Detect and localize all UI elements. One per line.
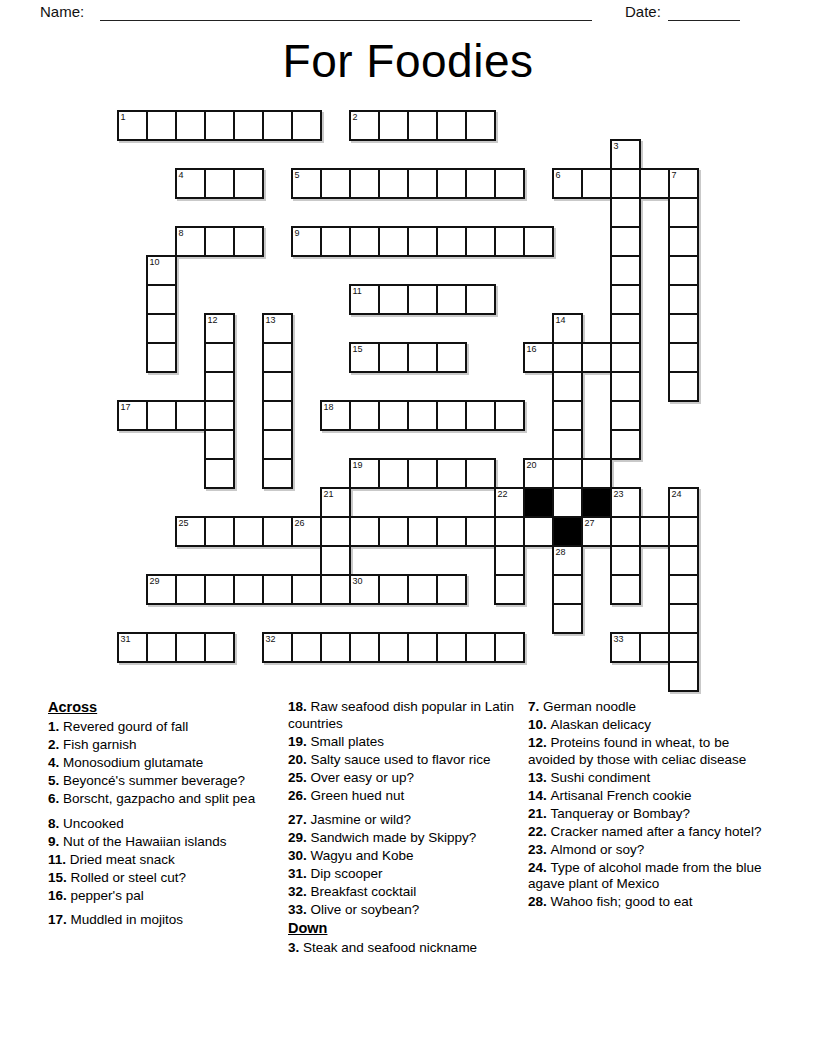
grid-cell-r6c1[interactable]	[146, 284, 177, 315]
clue-across-11: 11. Dried meat snack	[48, 852, 282, 869]
grid-cell-r16c9[interactable]	[378, 574, 409, 605]
clue-number-18: 18	[324, 402, 334, 412]
grid-cell-r4c8[interactable]	[349, 226, 380, 257]
grid-cell-r18c17[interactable]: 33	[610, 632, 641, 663]
grid-cell-r14c13[interactable]	[494, 516, 525, 547]
grid-cell-r9c5[interactable]	[262, 371, 293, 402]
grid-cell-r6c10[interactable]	[407, 284, 438, 315]
clue-number-11: 11	[353, 286, 362, 296]
grid-cell-r15c7[interactable]	[320, 545, 351, 576]
grid-cell-r16c15[interactable]	[552, 574, 583, 605]
clue-number-15: 15	[353, 344, 363, 354]
grid-cell-r4c13[interactable]	[494, 226, 525, 257]
worksheet-header: Name: Date:	[40, 2, 776, 24]
grid-cell-r8c8[interactable]: 15	[349, 342, 380, 373]
clue-across-20: 20. Salty sauce used to flavor rice	[288, 752, 522, 769]
clue-number-19: 19	[353, 460, 363, 470]
grid-cell-r7c3[interactable]: 12	[204, 313, 235, 344]
grid-cell-r5c19[interactable]	[668, 255, 699, 286]
grid-cell-r8c9[interactable]	[378, 342, 409, 373]
grid-cell-r4c10[interactable]	[407, 226, 438, 257]
grid-cell-r10c13[interactable]	[494, 400, 525, 431]
grid-cell-r16c4[interactable]	[233, 574, 264, 605]
clue-number-33: 33	[614, 634, 624, 644]
grid-cell-r0c8[interactable]: 2	[349, 110, 380, 141]
grid-cell-r12c9[interactable]	[378, 458, 409, 489]
grid-cell-r2c13[interactable]	[494, 168, 525, 199]
black-cell	[581, 487, 612, 518]
grid-cell-r4c7[interactable]	[320, 226, 351, 257]
grid-cell-r13c19[interactable]: 24	[668, 487, 699, 518]
clue-number-23: 23	[614, 489, 624, 499]
grid-cell-r18c0[interactable]: 31	[117, 632, 148, 663]
grid-cell-r16c3[interactable]	[204, 574, 235, 605]
grid-cell-r14c5[interactable]	[262, 516, 293, 547]
grid-cell-r12c5[interactable]	[262, 458, 293, 489]
grid-cell-r16c19[interactable]	[668, 574, 699, 605]
clue-down-10: 10. Alaskan delicacy	[528, 717, 774, 734]
grid-cell-r16c5[interactable]	[262, 574, 293, 605]
puzzle-title: For Foodies	[0, 34, 816, 88]
grid-cell-r2c16[interactable]	[581, 168, 612, 199]
grid-cell-r4c2[interactable]: 8	[175, 226, 206, 257]
grid-cell-r12c8[interactable]: 19	[349, 458, 380, 489]
grid-cell-r4c4[interactable]	[233, 226, 264, 257]
grid-cell-r10c17[interactable]	[610, 400, 641, 431]
grid-cell-r4c6[interactable]: 9	[291, 226, 322, 257]
grid-cell-r10c10[interactable]	[407, 400, 438, 431]
grid-cell-r10c2[interactable]	[175, 400, 206, 431]
clue-down-22: 22. Cracker named after a fancy hotel?	[528, 824, 774, 841]
grid-cell-r4c12[interactable]	[465, 226, 496, 257]
grid-cell-r4c11[interactable]	[436, 226, 467, 257]
grid-cell-r0c10[interactable]	[407, 110, 438, 141]
clue-number-8: 8	[179, 228, 184, 238]
name-label: Name:	[40, 3, 84, 20]
grid-cell-r13c15[interactable]	[552, 487, 583, 518]
grid-cell-r2c6[interactable]: 5	[291, 168, 322, 199]
grid-cell-r0c6[interactable]	[291, 110, 322, 141]
grid-cell-r8c19[interactable]	[668, 342, 699, 373]
grid-cell-r11c3[interactable]	[204, 429, 235, 460]
grid-cell-r12c11[interactable]	[436, 458, 467, 489]
clue-across-33: 33. Olive or soybean?	[288, 902, 522, 919]
grid-cell-r7c1[interactable]	[146, 313, 177, 344]
grid-cell-r10c0[interactable]: 17	[117, 400, 148, 431]
grid-cell-r4c17[interactable]	[610, 226, 641, 257]
grid-cell-r10c11[interactable]	[436, 400, 467, 431]
grid-cell-r18c6[interactable]	[291, 632, 322, 663]
clue-number-14: 14	[556, 315, 566, 325]
grid-cell-r11c15[interactable]	[552, 429, 583, 460]
grid-cell-r6c9[interactable]	[378, 284, 409, 315]
clue-number-32: 32	[266, 634, 276, 644]
grid-cell-r14c17[interactable]	[610, 516, 641, 547]
grid-cell-r10c9[interactable]	[378, 400, 409, 431]
grid-cell-r8c10[interactable]	[407, 342, 438, 373]
grid-cell-r8c14[interactable]: 16	[523, 342, 554, 373]
clue-across-17: 17. Muddled in mojitos	[48, 912, 282, 929]
grid-cell-r16c7[interactable]	[320, 574, 351, 605]
grid-cell-r6c11[interactable]	[436, 284, 467, 315]
grid-cell-r4c19[interactable]	[668, 226, 699, 257]
grid-cell-r13c7[interactable]: 21	[320, 487, 351, 518]
grid-cell-r14c2[interactable]: 25	[175, 516, 206, 547]
grid-cell-r14c9[interactable]	[378, 516, 409, 547]
grid-cell-r11c17[interactable]	[610, 429, 641, 460]
grid-cell-r7c19[interactable]	[668, 313, 699, 344]
clue-across-9: 9. Nut of the Hawaiian islands	[48, 834, 282, 851]
clue-number-22: 22	[498, 489, 508, 499]
grid-cell-r10c5[interactable]	[262, 400, 293, 431]
clue-across-18: 18. Raw seafood dish popular in Latin co…	[288, 699, 522, 732]
grid-cell-r10c15[interactable]	[552, 400, 583, 431]
grid-cell-r16c6[interactable]	[291, 574, 322, 605]
grid-cell-r17c15[interactable]	[552, 603, 583, 634]
clue-down-14: 14. Artisanal French cookie	[528, 788, 774, 805]
grid-cell-r18c3[interactable]	[204, 632, 235, 663]
clue-number-4: 4	[179, 170, 184, 180]
grid-cell-r5c1[interactable]: 10	[146, 255, 177, 286]
clue-across-6: 6. Borscht, gazpacho and split pea	[48, 791, 282, 808]
clue-number-12: 12	[208, 315, 218, 325]
clue-number-16: 16	[527, 344, 537, 354]
grid-cell-r8c16[interactable]	[581, 342, 612, 373]
grid-cell-r2c2[interactable]: 4	[175, 168, 206, 199]
grid-cell-r14c14[interactable]	[523, 516, 554, 547]
grid-cell-r2c3[interactable]	[204, 168, 235, 199]
grid-cell-r2c19[interactable]: 7	[668, 168, 699, 199]
grid-cell-r13c17[interactable]: 23	[610, 487, 641, 518]
grid-cell-r14c12[interactable]	[465, 516, 496, 547]
clue-number-25: 25	[179, 518, 189, 528]
grid-cell-r8c15[interactable]	[552, 342, 583, 373]
clue-number-7: 7	[672, 170, 677, 180]
grid-cell-r2c7[interactable]	[320, 168, 351, 199]
grid-cell-r9c19[interactable]	[668, 371, 699, 402]
grid-cell-r15c13[interactable]	[494, 545, 525, 576]
grid-cell-r12c10[interactable]	[407, 458, 438, 489]
grid-cell-r18c1[interactable]	[146, 632, 177, 663]
grid-cell-r15c17[interactable]	[610, 545, 641, 576]
clue-down-13: 13. Sushi condiment	[528, 770, 774, 787]
grid-cell-r16c17[interactable]	[610, 574, 641, 605]
grid-cell-r14c3[interactable]	[204, 516, 235, 547]
clue-column: 18. Raw seafood dish popular in Latin co…	[288, 699, 522, 958]
clue-number-24: 24	[672, 489, 682, 499]
clue-number-21: 21	[324, 489, 334, 499]
grid-cell-r18c9[interactable]	[378, 632, 409, 663]
grid-cell-r16c11[interactable]	[436, 574, 467, 605]
grid-cell-r12c3[interactable]	[204, 458, 235, 489]
clue-across-5: 5. Beyoncé's summer beverage?	[48, 773, 282, 790]
crossword-grid: 1234567891011121314151617181920212223242…	[117, 110, 701, 694]
clue-column: 7. German noodle10. Alaskan delicacy12. …	[528, 699, 774, 912]
grid-cell-r14c18[interactable]	[639, 516, 670, 547]
black-cell	[552, 516, 583, 547]
grid-cell-r18c13[interactable]	[494, 632, 525, 663]
clue-across-26: 26. Green hued nut	[288, 788, 522, 805]
clue-number-29: 29	[150, 576, 160, 586]
grid-cell-r9c17[interactable]	[610, 371, 641, 402]
grid-cell-r3c17[interactable]	[610, 197, 641, 228]
grid-cell-r10c1[interactable]	[146, 400, 177, 431]
clue-section-header-across: Across	[48, 699, 282, 716]
grid-cell-r8c3[interactable]	[204, 342, 235, 373]
grid-cell-r2c12[interactable]	[465, 168, 496, 199]
grid-cell-r2c4[interactable]	[233, 168, 264, 199]
grid-cell-r7c5[interactable]: 13	[262, 313, 293, 344]
grid-cell-r16c8[interactable]: 30	[349, 574, 380, 605]
clue-down-12: 12. Proteins found in wheat, to be avoid…	[528, 735, 774, 768]
grid-cell-r17c19[interactable]	[668, 603, 699, 634]
grid-cell-r2c10[interactable]	[407, 168, 438, 199]
clue-number-10: 10	[150, 257, 160, 267]
grid-cell-r18c8[interactable]	[349, 632, 380, 663]
grid-cell-r9c15[interactable]	[552, 371, 583, 402]
grid-cell-r12c15[interactable]	[552, 458, 583, 489]
grid-cell-r13c13[interactable]: 22	[494, 487, 525, 518]
grid-cell-r14c11[interactable]	[436, 516, 467, 547]
worksheet-page: Name: Date: For Foodies 1234567891011121…	[0, 0, 816, 1056]
clue-number-17: 17	[121, 402, 131, 412]
clue-section-header-down: Down	[288, 920, 522, 937]
grid-cell-r6c17[interactable]	[610, 284, 641, 315]
grid-cell-r4c14[interactable]	[523, 226, 554, 257]
grid-cell-r0c11[interactable]	[436, 110, 467, 141]
clue-number-27: 27	[585, 518, 595, 528]
date-label: Date:	[625, 3, 661, 20]
grid-cell-r8c5[interactable]	[262, 342, 293, 373]
grid-cell-r16c2[interactable]	[175, 574, 206, 605]
clue-number-26: 26	[295, 518, 305, 528]
grid-cell-r0c4[interactable]	[233, 110, 264, 141]
clue-down-7: 7. German noodle	[528, 699, 774, 716]
clue-number-3: 3	[614, 141, 619, 151]
grid-cell-r2c18[interactable]	[639, 168, 670, 199]
clue-number-28: 28	[556, 547, 566, 557]
grid-cell-r18c11[interactable]	[436, 632, 467, 663]
grid-cell-r18c18[interactable]	[639, 632, 670, 663]
clue-across-16: 16. pepper's pal	[48, 888, 282, 905]
clue-across-2: 2. Fish garnish	[48, 737, 282, 754]
clue-across-25: 25. Over easy or up?	[288, 770, 522, 787]
grid-cell-r14c10[interactable]	[407, 516, 438, 547]
grid-cell-r8c1[interactable]	[146, 342, 177, 373]
grid-cell-r16c10[interactable]	[407, 574, 438, 605]
grid-cell-r18c19[interactable]	[668, 632, 699, 663]
black-cell	[523, 487, 554, 518]
clue-across-30: 30. Wagyu and Kobe	[288, 848, 522, 865]
clue-across-15: 15. Rolled or steel cut?	[48, 870, 282, 887]
grid-cell-r18c12[interactable]	[465, 632, 496, 663]
clue-down-21: 21. Tanqueray or Bombay?	[528, 806, 774, 823]
clue-across-8: 8. Uncooked	[48, 816, 282, 833]
grid-cell-r10c8[interactable]	[349, 400, 380, 431]
grid-cell-r18c5[interactable]: 32	[262, 632, 293, 663]
grid-cell-r12c14[interactable]: 20	[523, 458, 554, 489]
clue-across-1: 1. Revered gourd of fall	[48, 719, 282, 736]
grid-cell-r9c3[interactable]	[204, 371, 235, 402]
grid-cell-r2c17[interactable]	[610, 168, 641, 199]
grid-cell-r18c7[interactable]	[320, 632, 351, 663]
grid-cell-r0c0[interactable]: 1	[117, 110, 148, 141]
clue-across-32: 32. Breakfast cocktail	[288, 884, 522, 901]
clue-number-20: 20	[527, 460, 537, 470]
grid-cell-r12c12[interactable]	[465, 458, 496, 489]
clue-number-9: 9	[295, 228, 300, 238]
grid-cell-r2c11[interactable]	[436, 168, 467, 199]
grid-cell-r0c2[interactable]	[175, 110, 206, 141]
grid-cell-r7c17[interactable]	[610, 313, 641, 344]
grid-cell-r6c8[interactable]: 11	[349, 284, 380, 315]
grid-cell-r14c8[interactable]	[349, 516, 380, 547]
clue-number-1: 1	[121, 112, 126, 122]
grid-cell-r2c9[interactable]	[378, 168, 409, 199]
grid-cell-r7c15[interactable]: 14	[552, 313, 583, 344]
clue-number-2: 2	[353, 112, 358, 122]
clue-across-31: 31. Dip scooper	[288, 866, 522, 883]
grid-cell-r0c3[interactable]	[204, 110, 235, 141]
grid-cell-r12c16[interactable]	[581, 458, 612, 489]
grid-cell-r18c10[interactable]	[407, 632, 438, 663]
clue-down-28: 28. Wahoo fish; good to eat	[528, 894, 774, 911]
grid-cell-r4c3[interactable]	[204, 226, 235, 257]
clue-across-29: 29. Sandwich made by Skippy?	[288, 830, 522, 847]
clue-down-23: 23. Almond or soy?	[528, 842, 774, 859]
grid-cell-r6c19[interactable]	[668, 284, 699, 315]
clue-number-5: 5	[295, 170, 300, 180]
grid-cell-r14c6[interactable]: 26	[291, 516, 322, 547]
clue-column: Across1. Revered gourd of fall2. Fish ga…	[48, 699, 282, 930]
clue-across-27: 27. Jasmine or wild?	[288, 812, 522, 829]
grid-cell-r18c2[interactable]	[175, 632, 206, 663]
grid-cell-r10c7[interactable]: 18	[320, 400, 351, 431]
clue-number-13: 13	[266, 315, 276, 325]
grid-cell-r14c19[interactable]	[668, 516, 699, 547]
clue-across-19: 19. Small plates	[288, 734, 522, 751]
grid-cell-r8c11[interactable]	[436, 342, 467, 373]
grid-cell-r2c8[interactable]	[349, 168, 380, 199]
grid-cell-r16c1[interactable]: 29	[146, 574, 177, 605]
grid-cell-r14c7[interactable]	[320, 516, 351, 547]
grid-cell-r10c3[interactable]	[204, 400, 235, 431]
clue-number-30: 30	[353, 576, 363, 586]
clue-number-31: 31	[121, 634, 131, 644]
grid-cell-r0c1[interactable]	[146, 110, 177, 141]
grid-cell-r8c17[interactable]	[610, 342, 641, 373]
grid-cell-r4c9[interactable]	[378, 226, 409, 257]
grid-cell-r16c13[interactable]	[494, 574, 525, 605]
grid-cell-r0c12[interactable]	[465, 110, 496, 141]
grid-cell-r1c17[interactable]: 3	[610, 139, 641, 170]
clue-number-6: 6	[556, 170, 561, 180]
grid-cell-r3c19[interactable]	[668, 197, 699, 228]
clue-down-3: 3. Steak and seafood nickname	[288, 940, 522, 957]
grid-cell-r0c9[interactable]	[378, 110, 409, 141]
grid-cell-r11c5[interactable]	[262, 429, 293, 460]
grid-cell-r6c12[interactable]	[465, 284, 496, 315]
name-blank-line[interactable]	[100, 2, 592, 21]
grid-cell-r15c19[interactable]	[668, 545, 699, 576]
grid-cell-r15c15[interactable]: 28	[552, 545, 583, 576]
grid-cell-r10c12[interactable]	[465, 400, 496, 431]
grid-cell-r0c5[interactable]	[262, 110, 293, 141]
clue-across-4: 4. Monosodium glutamate	[48, 755, 282, 772]
grid-cell-r14c4[interactable]	[233, 516, 264, 547]
grid-cell-r2c15[interactable]: 6	[552, 168, 583, 199]
grid-cell-r5c17[interactable]	[610, 255, 641, 286]
clue-down-24: 24. Type of alcohol made from the blue a…	[528, 860, 774, 893]
grid-cell-r14c16[interactable]: 27	[581, 516, 612, 547]
date-blank-line[interactable]	[668, 2, 740, 21]
grid-cell-r19c19[interactable]	[668, 661, 699, 692]
